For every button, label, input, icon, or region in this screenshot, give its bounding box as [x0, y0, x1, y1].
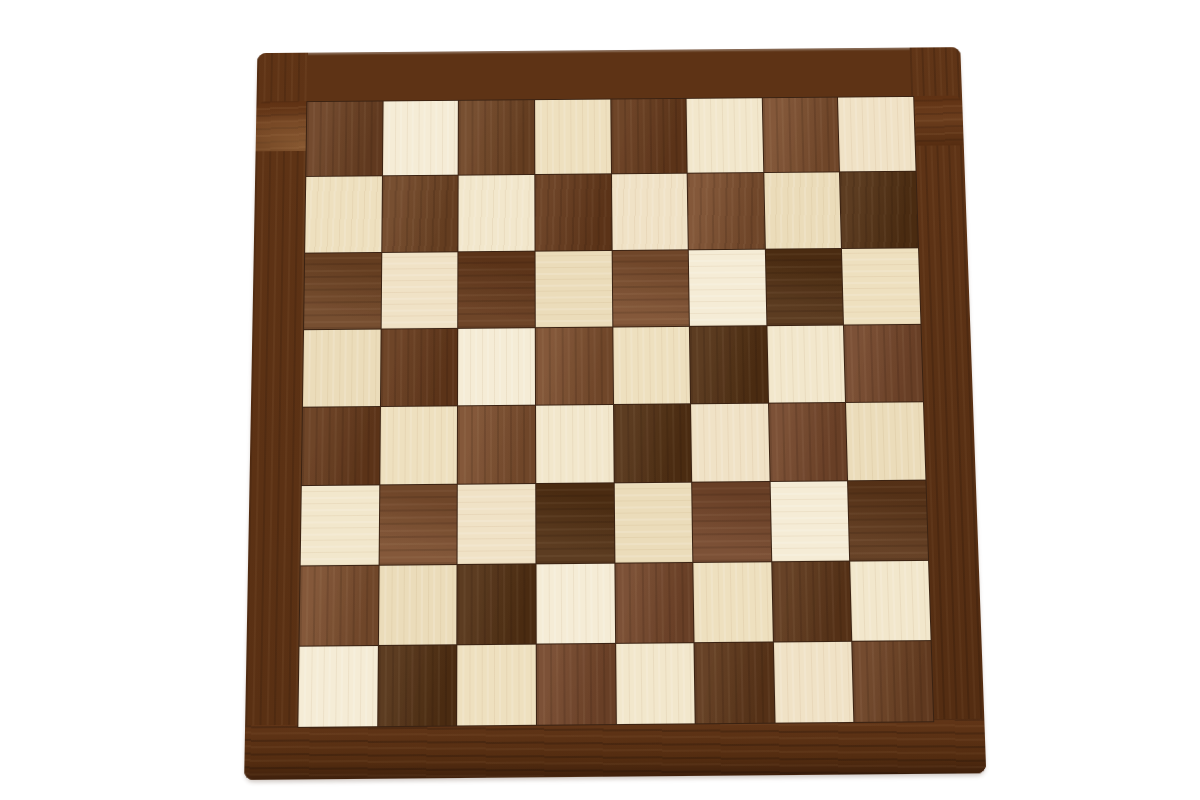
- square-e8[interactable]: [611, 99, 687, 174]
- square-c3[interactable]: [458, 484, 536, 563]
- square-b2[interactable]: [379, 565, 457, 645]
- square-d4[interactable]: [536, 405, 613, 483]
- square-h7[interactable]: [840, 172, 918, 248]
- square-f3[interactable]: [692, 482, 771, 561]
- square-b1[interactable]: [378, 645, 457, 726]
- chess-board: [244, 47, 986, 780]
- square-g3[interactable]: [770, 482, 849, 561]
- board-squares: [297, 96, 934, 728]
- square-g2[interactable]: [772, 561, 852, 641]
- square-f4[interactable]: [691, 404, 769, 482]
- square-c4[interactable]: [458, 406, 535, 484]
- square-b6[interactable]: [381, 252, 457, 328]
- square-c1[interactable]: [457, 644, 535, 725]
- square-b7[interactable]: [382, 176, 458, 252]
- photo-background: [0, 0, 1200, 800]
- square-h8[interactable]: [838, 97, 915, 172]
- square-e6[interactable]: [612, 250, 689, 326]
- square-g6[interactable]: [766, 249, 844, 325]
- square-c7[interactable]: [459, 175, 535, 251]
- square-a7[interactable]: [305, 177, 381, 253]
- square-a5[interactable]: [303, 329, 380, 406]
- square-d1[interactable]: [537, 644, 616, 725]
- square-f6[interactable]: [689, 249, 766, 325]
- square-e3[interactable]: [614, 483, 692, 562]
- square-b3[interactable]: [379, 485, 457, 564]
- square-e1[interactable]: [616, 643, 695, 724]
- square-d6[interactable]: [535, 250, 611, 326]
- square-h3[interactable]: [848, 481, 928, 560]
- square-e2[interactable]: [615, 562, 694, 642]
- square-g1[interactable]: [774, 642, 854, 723]
- square-b8[interactable]: [383, 101, 459, 176]
- square-h6[interactable]: [842, 248, 920, 324]
- square-g4[interactable]: [769, 403, 848, 481]
- square-g5[interactable]: [767, 325, 845, 402]
- square-g8[interactable]: [763, 98, 840, 173]
- square-e5[interactable]: [613, 327, 690, 404]
- square-h1[interactable]: [853, 641, 934, 722]
- square-d2[interactable]: [536, 563, 614, 643]
- square-f8[interactable]: [687, 98, 763, 173]
- square-d8[interactable]: [535, 100, 611, 175]
- square-h4[interactable]: [846, 402, 925, 480]
- square-g7[interactable]: [764, 173, 841, 249]
- square-a1[interactable]: [298, 646, 377, 727]
- square-a6[interactable]: [304, 252, 381, 328]
- square-a2[interactable]: [300, 565, 379, 645]
- square-a8[interactable]: [306, 101, 382, 176]
- square-b5[interactable]: [381, 329, 458, 406]
- square-c6[interactable]: [458, 251, 534, 327]
- square-f2[interactable]: [693, 562, 772, 642]
- square-d5[interactable]: [536, 327, 613, 404]
- square-a3[interactable]: [301, 486, 379, 565]
- square-h5[interactable]: [844, 325, 923, 402]
- square-c2[interactable]: [458, 564, 536, 644]
- square-f7[interactable]: [688, 173, 765, 249]
- square-f1[interactable]: [695, 642, 775, 723]
- square-c5[interactable]: [458, 328, 535, 405]
- square-d7[interactable]: [535, 175, 611, 251]
- square-b4[interactable]: [380, 406, 457, 484]
- square-e4[interactable]: [614, 404, 692, 482]
- board-frame-bottom: [244, 719, 986, 780]
- square-f5[interactable]: [690, 326, 768, 403]
- square-e7[interactable]: [611, 174, 687, 250]
- square-d3[interactable]: [536, 484, 614, 563]
- square-h2[interactable]: [851, 560, 931, 640]
- square-c8[interactable]: [459, 100, 534, 175]
- square-a4[interactable]: [302, 407, 380, 485]
